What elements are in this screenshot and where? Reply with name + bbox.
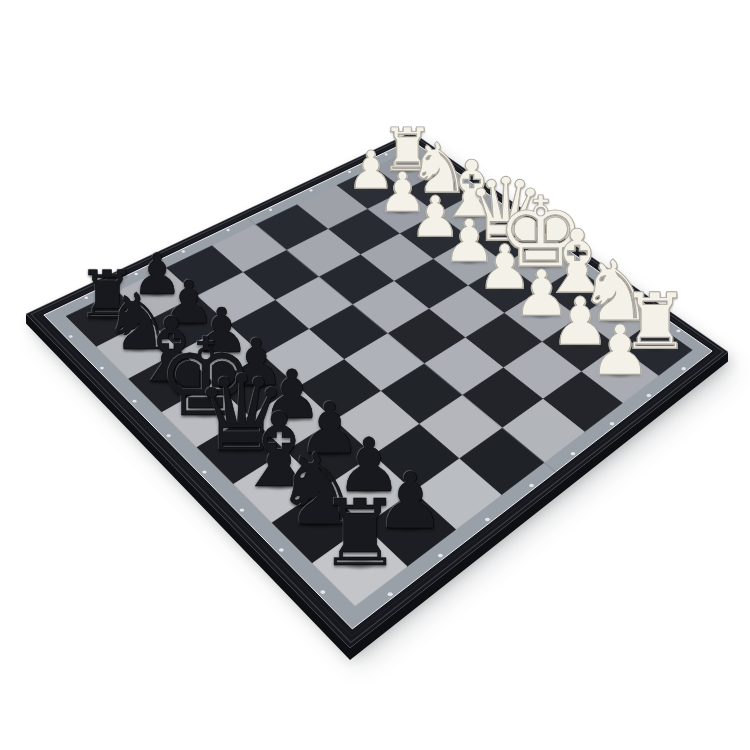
piece-white-pawn-h2[interactable]: ♟ <box>589 316 651 385</box>
chess-set-photo: ♜♞♝♚♛♝♞♜♟♟♟♟♟♟♟♟♟♟♟♟♟♟♟♟♜♞♝♛♚♝♞♜ <box>0 0 750 750</box>
pieces-layer: ♜♞♝♚♛♝♞♜♟♟♟♟♟♟♟♟♟♟♟♟♟♟♟♟♜♞♝♛♚♝♞♜ <box>0 0 750 750</box>
piece-black-rook-h8[interactable]: ♜ <box>319 488 401 580</box>
